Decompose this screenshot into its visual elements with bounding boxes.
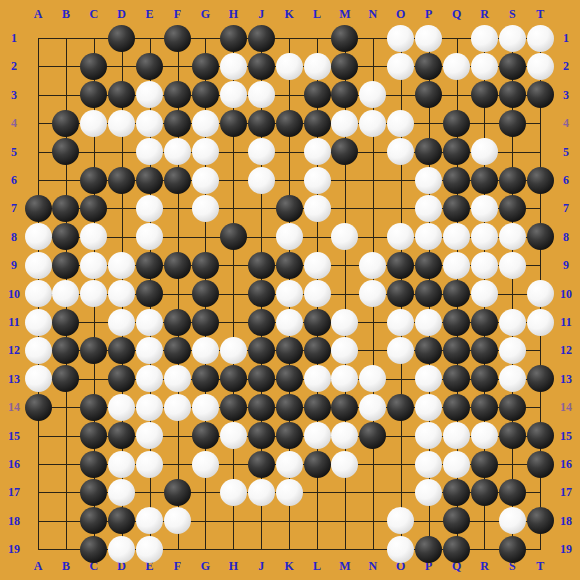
black-stone[interactable] xyxy=(276,365,303,392)
row-label-left: 9 xyxy=(11,259,17,271)
black-stone[interactable] xyxy=(52,252,79,279)
white-stone[interactable] xyxy=(304,280,331,307)
black-stone[interactable] xyxy=(527,422,554,449)
black-stone[interactable] xyxy=(443,337,470,364)
black-stone[interactable] xyxy=(527,507,554,534)
white-stone[interactable] xyxy=(108,479,135,506)
white-stone[interactable] xyxy=(499,223,526,250)
white-stone[interactable] xyxy=(136,451,163,478)
white-stone[interactable] xyxy=(192,195,219,222)
black-stone[interactable] xyxy=(25,394,52,421)
col-label-top: K xyxy=(284,8,293,20)
white-stone[interactable] xyxy=(304,167,331,194)
white-stone[interactable] xyxy=(248,479,275,506)
white-stone[interactable] xyxy=(136,223,163,250)
white-stone[interactable] xyxy=(415,223,442,250)
black-stone[interactable] xyxy=(471,81,498,108)
col-label-top: F xyxy=(174,8,181,20)
black-stone[interactable] xyxy=(359,422,386,449)
black-stone[interactable] xyxy=(136,252,163,279)
white-stone[interactable] xyxy=(527,309,554,336)
black-stone[interactable] xyxy=(108,81,135,108)
black-stone[interactable] xyxy=(164,479,191,506)
black-stone[interactable] xyxy=(248,53,275,80)
white-stone[interactable] xyxy=(387,337,414,364)
white-stone[interactable] xyxy=(108,252,135,279)
row-label-left: 2 xyxy=(11,60,17,72)
white-stone[interactable] xyxy=(108,394,135,421)
white-stone[interactable] xyxy=(192,451,219,478)
white-stone[interactable] xyxy=(443,422,470,449)
white-stone[interactable] xyxy=(80,223,107,250)
black-stone[interactable] xyxy=(108,167,135,194)
black-stone[interactable] xyxy=(108,365,135,392)
black-stone[interactable] xyxy=(499,422,526,449)
col-label-bottom: B xyxy=(62,560,70,572)
white-stone[interactable] xyxy=(331,422,358,449)
black-stone[interactable] xyxy=(80,53,107,80)
black-stone[interactable] xyxy=(276,110,303,137)
white-stone[interactable] xyxy=(248,81,275,108)
black-stone[interactable] xyxy=(192,422,219,449)
row-label-right: 11 xyxy=(560,316,571,328)
white-stone[interactable] xyxy=(248,138,275,165)
black-stone[interactable] xyxy=(499,195,526,222)
row-label-right: 17 xyxy=(560,486,572,498)
black-stone[interactable] xyxy=(387,252,414,279)
white-stone[interactable] xyxy=(499,365,526,392)
white-stone[interactable] xyxy=(471,252,498,279)
black-stone[interactable] xyxy=(471,479,498,506)
black-stone[interactable] xyxy=(443,280,470,307)
white-stone[interactable] xyxy=(136,138,163,165)
black-stone[interactable] xyxy=(192,309,219,336)
row-label-right: 15 xyxy=(560,430,572,442)
white-stone[interactable] xyxy=(80,280,107,307)
white-stone[interactable] xyxy=(164,365,191,392)
black-stone[interactable] xyxy=(415,81,442,108)
white-stone[interactable] xyxy=(52,280,79,307)
col-label-top: R xyxy=(480,8,489,20)
white-stone[interactable] xyxy=(276,451,303,478)
black-stone[interactable] xyxy=(415,53,442,80)
white-stone[interactable] xyxy=(136,309,163,336)
col-label-top: J xyxy=(258,8,264,20)
black-stone[interactable] xyxy=(52,337,79,364)
white-stone[interactable] xyxy=(276,223,303,250)
white-stone[interactable] xyxy=(331,451,358,478)
black-stone[interactable] xyxy=(80,422,107,449)
black-stone[interactable] xyxy=(80,536,107,563)
black-stone[interactable] xyxy=(304,110,331,137)
white-stone[interactable] xyxy=(136,365,163,392)
black-stone[interactable] xyxy=(192,53,219,80)
white-stone[interactable] xyxy=(415,365,442,392)
white-stone[interactable] xyxy=(331,223,358,250)
white-stone[interactable] xyxy=(136,536,163,563)
white-stone[interactable] xyxy=(443,223,470,250)
white-stone[interactable] xyxy=(387,536,414,563)
white-stone[interactable] xyxy=(276,280,303,307)
white-stone[interactable] xyxy=(108,451,135,478)
white-stone[interactable] xyxy=(192,337,219,364)
black-stone[interactable] xyxy=(248,309,275,336)
white-stone[interactable] xyxy=(387,223,414,250)
row-label-left: 6 xyxy=(11,174,17,186)
white-stone[interactable] xyxy=(387,25,414,52)
white-stone[interactable] xyxy=(359,81,386,108)
col-label-top: C xyxy=(89,8,98,20)
black-stone[interactable] xyxy=(248,337,275,364)
row-label-left: 1 xyxy=(11,32,17,44)
black-stone[interactable] xyxy=(108,507,135,534)
black-stone[interactable] xyxy=(331,138,358,165)
white-stone[interactable] xyxy=(192,110,219,137)
white-stone[interactable] xyxy=(527,53,554,80)
black-stone[interactable] xyxy=(164,167,191,194)
row-label-left: 13 xyxy=(8,373,20,385)
black-stone[interactable] xyxy=(443,138,470,165)
white-stone[interactable] xyxy=(471,53,498,80)
black-stone[interactable] xyxy=(443,394,470,421)
black-stone[interactable] xyxy=(220,110,247,137)
white-stone[interactable] xyxy=(136,422,163,449)
white-stone[interactable] xyxy=(80,252,107,279)
white-stone[interactable] xyxy=(415,195,442,222)
white-stone[interactable] xyxy=(359,110,386,137)
white-stone[interactable] xyxy=(331,309,358,336)
col-label-top: B xyxy=(62,8,70,20)
row-label-left: 15 xyxy=(8,430,20,442)
black-stone[interactable] xyxy=(248,451,275,478)
white-stone[interactable] xyxy=(164,394,191,421)
black-stone[interactable] xyxy=(248,25,275,52)
black-stone[interactable] xyxy=(52,195,79,222)
black-stone[interactable] xyxy=(248,252,275,279)
black-stone[interactable] xyxy=(52,365,79,392)
white-stone[interactable] xyxy=(25,337,52,364)
black-stone[interactable] xyxy=(304,81,331,108)
row-label-right: 14 xyxy=(560,401,572,413)
white-stone[interactable] xyxy=(304,138,331,165)
row-label-right: 4 xyxy=(563,117,569,129)
black-stone[interactable] xyxy=(499,479,526,506)
black-stone[interactable] xyxy=(80,337,107,364)
black-stone[interactable] xyxy=(136,167,163,194)
white-stone[interactable] xyxy=(359,252,386,279)
black-stone[interactable] xyxy=(25,195,52,222)
col-label-bottom: J xyxy=(258,560,264,572)
black-stone[interactable] xyxy=(527,365,554,392)
white-stone[interactable] xyxy=(415,25,442,52)
black-stone[interactable] xyxy=(164,25,191,52)
white-stone[interactable] xyxy=(387,507,414,534)
black-stone[interactable] xyxy=(471,309,498,336)
white-stone[interactable] xyxy=(25,223,52,250)
black-stone[interactable] xyxy=(331,53,358,80)
black-stone[interactable] xyxy=(443,365,470,392)
row-label-left: 4 xyxy=(11,117,17,129)
black-stone[interactable] xyxy=(80,167,107,194)
white-stone[interactable] xyxy=(331,337,358,364)
black-stone[interactable] xyxy=(304,309,331,336)
row-label-left: 10 xyxy=(8,288,20,300)
white-stone[interactable] xyxy=(136,394,163,421)
white-stone[interactable] xyxy=(415,167,442,194)
white-stone[interactable] xyxy=(80,110,107,137)
black-stone[interactable] xyxy=(471,337,498,364)
black-stone[interactable] xyxy=(136,53,163,80)
white-stone[interactable] xyxy=(387,110,414,137)
white-stone[interactable] xyxy=(499,25,526,52)
row-label-left: 8 xyxy=(11,231,17,243)
black-stone[interactable] xyxy=(331,394,358,421)
white-stone[interactable] xyxy=(136,81,163,108)
black-stone[interactable] xyxy=(192,252,219,279)
col-label-top: Q xyxy=(452,8,461,20)
black-stone[interactable] xyxy=(248,280,275,307)
black-stone[interactable] xyxy=(415,280,442,307)
black-stone[interactable] xyxy=(80,507,107,534)
white-stone[interactable] xyxy=(331,365,358,392)
col-label-bottom: M xyxy=(339,560,350,572)
black-stone[interactable] xyxy=(331,25,358,52)
black-stone[interactable] xyxy=(80,479,107,506)
black-stone[interactable] xyxy=(220,223,247,250)
white-stone[interactable] xyxy=(471,422,498,449)
white-stone[interactable] xyxy=(387,309,414,336)
black-stone[interactable] xyxy=(108,337,135,364)
black-stone[interactable] xyxy=(443,110,470,137)
white-stone[interactable] xyxy=(415,422,442,449)
black-stone[interactable] xyxy=(304,451,331,478)
white-stone[interactable] xyxy=(499,252,526,279)
white-stone[interactable] xyxy=(387,53,414,80)
black-stone[interactable] xyxy=(499,53,526,80)
black-stone[interactable] xyxy=(136,280,163,307)
white-stone[interactable] xyxy=(443,451,470,478)
white-stone[interactable] xyxy=(359,394,386,421)
black-stone[interactable] xyxy=(443,195,470,222)
white-stone[interactable] xyxy=(220,81,247,108)
white-stone[interactable] xyxy=(192,167,219,194)
white-stone[interactable] xyxy=(415,451,442,478)
black-stone[interactable] xyxy=(52,309,79,336)
white-stone[interactable] xyxy=(359,365,386,392)
white-stone[interactable] xyxy=(527,280,554,307)
black-stone[interactable] xyxy=(276,422,303,449)
white-stone[interactable] xyxy=(220,479,247,506)
white-stone[interactable] xyxy=(304,365,331,392)
white-stone[interactable] xyxy=(471,138,498,165)
row-label-right: 9 xyxy=(563,259,569,271)
black-stone[interactable] xyxy=(192,81,219,108)
black-stone[interactable] xyxy=(220,365,247,392)
white-stone[interactable] xyxy=(527,25,554,52)
white-stone[interactable] xyxy=(136,507,163,534)
white-stone[interactable] xyxy=(443,252,470,279)
black-stone[interactable] xyxy=(248,110,275,137)
white-stone[interactable] xyxy=(304,422,331,449)
black-stone[interactable] xyxy=(415,337,442,364)
col-label-bottom: H xyxy=(229,560,238,572)
black-stone[interactable] xyxy=(52,110,79,137)
row-label-right: 3 xyxy=(563,89,569,101)
black-stone[interactable] xyxy=(80,81,107,108)
white-stone[interactable] xyxy=(164,138,191,165)
row-label-left: 11 xyxy=(8,316,19,328)
col-label-top: O xyxy=(396,8,405,20)
black-stone[interactable] xyxy=(164,252,191,279)
black-stone[interactable] xyxy=(471,365,498,392)
white-stone[interactable] xyxy=(192,138,219,165)
white-stone[interactable] xyxy=(276,309,303,336)
row-label-left: 19 xyxy=(8,543,20,555)
black-stone[interactable] xyxy=(276,337,303,364)
white-stone[interactable] xyxy=(276,479,303,506)
row-label-right: 6 xyxy=(563,174,569,186)
white-stone[interactable] xyxy=(25,252,52,279)
black-stone[interactable] xyxy=(164,110,191,137)
col-label-top: G xyxy=(201,8,210,20)
white-stone[interactable] xyxy=(471,223,498,250)
black-stone[interactable] xyxy=(527,451,554,478)
row-label-right: 12 xyxy=(560,344,572,356)
col-label-top: A xyxy=(34,8,43,20)
white-stone[interactable] xyxy=(108,110,135,137)
black-stone[interactable] xyxy=(471,167,498,194)
black-stone[interactable] xyxy=(52,223,79,250)
row-label-right: 19 xyxy=(560,543,572,555)
black-stone[interactable] xyxy=(443,309,470,336)
white-stone[interactable] xyxy=(25,309,52,336)
black-stone[interactable] xyxy=(443,507,470,534)
row-label-left: 17 xyxy=(8,486,20,498)
white-stone[interactable] xyxy=(499,507,526,534)
white-stone[interactable] xyxy=(220,53,247,80)
black-stone[interactable] xyxy=(471,394,498,421)
white-stone[interactable] xyxy=(25,280,52,307)
white-stone[interactable] xyxy=(471,25,498,52)
black-stone[interactable] xyxy=(80,195,107,222)
black-stone[interactable] xyxy=(387,394,414,421)
white-stone[interactable] xyxy=(471,195,498,222)
black-stone[interactable] xyxy=(164,337,191,364)
row-label-left: 7 xyxy=(11,202,17,214)
black-stone[interactable] xyxy=(220,394,247,421)
black-stone[interactable] xyxy=(443,536,470,563)
white-stone[interactable] xyxy=(387,138,414,165)
black-stone[interactable] xyxy=(499,167,526,194)
col-label-bottom: K xyxy=(284,560,293,572)
black-stone[interactable] xyxy=(164,309,191,336)
col-label-bottom: R xyxy=(480,560,489,572)
black-stone[interactable] xyxy=(499,394,526,421)
white-stone[interactable] xyxy=(499,309,526,336)
black-stone[interactable] xyxy=(471,451,498,478)
black-stone[interactable] xyxy=(415,536,442,563)
white-stone[interactable] xyxy=(304,53,331,80)
black-stone[interactable] xyxy=(304,337,331,364)
black-stone[interactable] xyxy=(499,110,526,137)
white-stone[interactable] xyxy=(331,110,358,137)
black-stone[interactable] xyxy=(248,422,275,449)
col-label-bottom: G xyxy=(201,560,210,572)
white-stone[interactable] xyxy=(108,536,135,563)
white-stone[interactable] xyxy=(415,309,442,336)
white-stone[interactable] xyxy=(443,53,470,80)
col-label-bottom: A xyxy=(34,560,43,572)
white-stone[interactable] xyxy=(248,167,275,194)
black-stone[interactable] xyxy=(443,479,470,506)
row-label-left: 5 xyxy=(11,146,17,158)
white-stone[interactable] xyxy=(304,252,331,279)
black-stone[interactable] xyxy=(108,25,135,52)
black-stone[interactable] xyxy=(52,138,79,165)
black-stone[interactable] xyxy=(443,167,470,194)
col-label-top: S xyxy=(509,8,516,20)
white-stone[interactable] xyxy=(25,365,52,392)
black-stone[interactable] xyxy=(415,252,442,279)
black-stone[interactable] xyxy=(331,81,358,108)
row-label-left: 3 xyxy=(11,89,17,101)
black-stone[interactable] xyxy=(248,365,275,392)
white-stone[interactable] xyxy=(415,394,442,421)
black-stone[interactable] xyxy=(415,138,442,165)
black-stone[interactable] xyxy=(527,223,554,250)
go-board[interactable]: AABBCCDDEEFFGGHHJJKKLLMMNNOOPPQQRRSSTT11… xyxy=(0,0,580,580)
black-stone[interactable] xyxy=(304,394,331,421)
white-stone[interactable] xyxy=(304,195,331,222)
black-stone[interactable] xyxy=(192,365,219,392)
black-stone[interactable] xyxy=(387,280,414,307)
black-stone[interactable] xyxy=(192,280,219,307)
black-stone[interactable] xyxy=(276,195,303,222)
white-stone[interactable] xyxy=(276,53,303,80)
col-label-top: N xyxy=(369,8,378,20)
col-label-bottom: F xyxy=(174,560,181,572)
black-stone[interactable] xyxy=(248,394,275,421)
row-label-right: 13 xyxy=(560,373,572,385)
white-stone[interactable] xyxy=(220,337,247,364)
white-stone[interactable] xyxy=(220,422,247,449)
black-stone[interactable] xyxy=(108,422,135,449)
col-label-top: E xyxy=(146,8,154,20)
black-stone[interactable] xyxy=(527,167,554,194)
white-stone[interactable] xyxy=(415,479,442,506)
white-stone[interactable] xyxy=(499,337,526,364)
black-stone[interactable] xyxy=(276,252,303,279)
black-stone[interactable] xyxy=(499,81,526,108)
black-stone[interactable] xyxy=(276,394,303,421)
black-stone[interactable] xyxy=(499,536,526,563)
black-stone[interactable] xyxy=(527,81,554,108)
white-stone[interactable] xyxy=(136,195,163,222)
white-stone[interactable] xyxy=(471,280,498,307)
black-stone[interactable] xyxy=(80,451,107,478)
white-stone[interactable] xyxy=(108,309,135,336)
white-stone[interactable] xyxy=(359,280,386,307)
white-stone[interactable] xyxy=(164,507,191,534)
white-stone[interactable] xyxy=(136,110,163,137)
row-label-right: 16 xyxy=(560,458,572,470)
white-stone[interactable] xyxy=(192,394,219,421)
black-stone[interactable] xyxy=(80,394,107,421)
white-stone[interactable] xyxy=(136,337,163,364)
white-stone[interactable] xyxy=(108,280,135,307)
black-stone[interactable] xyxy=(220,25,247,52)
black-stone[interactable] xyxy=(164,81,191,108)
